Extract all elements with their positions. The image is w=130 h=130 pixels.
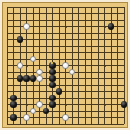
grid-line — [7, 72, 124, 73]
black-stone — [30, 75, 36, 81]
go-board[interactable] — [2, 2, 128, 128]
black-stone — [49, 101, 55, 107]
hoshi-point — [104, 65, 106, 67]
white-stone — [69, 69, 75, 75]
white-stone — [17, 62, 23, 68]
hoshi-point — [104, 26, 106, 28]
black-stone — [43, 108, 49, 114]
grid-line — [7, 91, 124, 92]
white-stone — [23, 114, 29, 120]
white-stone — [23, 23, 29, 29]
hoshi-point — [65, 104, 67, 106]
white-stone — [30, 108, 36, 114]
black-stone — [56, 88, 62, 94]
black-stone — [23, 75, 29, 81]
black-stone — [49, 82, 55, 88]
black-stone — [108, 23, 114, 29]
black-stone — [17, 75, 23, 81]
grid-line — [98, 7, 99, 124]
white-stone — [62, 62, 68, 68]
white-stone — [36, 101, 42, 107]
hoshi-point — [104, 104, 106, 106]
image-frame — [0, 0, 130, 130]
black-stone — [10, 101, 16, 107]
white-stone — [62, 114, 68, 120]
hoshi-point — [65, 26, 67, 28]
grid-line — [7, 85, 124, 86]
grid-line — [7, 111, 124, 112]
grid-line — [85, 7, 86, 124]
black-stone — [10, 114, 16, 120]
black-stone — [49, 75, 55, 81]
grid-line — [72, 7, 73, 124]
white-stone — [30, 56, 36, 62]
grid-line — [78, 7, 79, 124]
grid-line — [7, 98, 124, 99]
hoshi-point — [26, 104, 28, 106]
black-stone — [121, 101, 127, 107]
grid-line — [117, 7, 118, 124]
black-stone — [10, 95, 16, 101]
grid-line — [91, 7, 92, 124]
hoshi-point — [26, 65, 28, 67]
black-stone — [17, 36, 23, 42]
white-stone — [36, 69, 42, 75]
grid-line — [7, 124, 124, 125]
black-stone — [49, 69, 55, 75]
white-stone — [36, 75, 42, 81]
black-stone — [49, 95, 55, 101]
